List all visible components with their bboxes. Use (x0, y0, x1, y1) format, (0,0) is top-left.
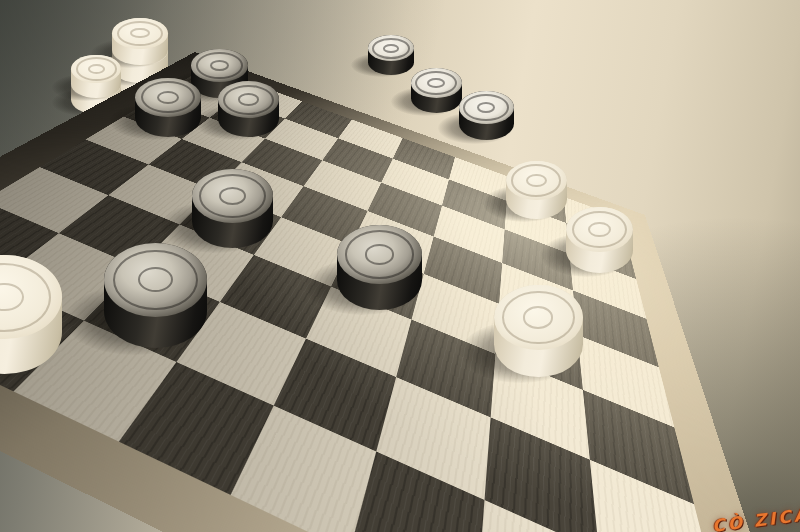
checker-piece-white-offboard-stack1-1[interactable] (71, 55, 121, 99)
piece-engraved-center-ring (238, 93, 259, 105)
piece-top-face (337, 225, 422, 284)
piece-engraved-center-ring (383, 44, 399, 53)
piece-top-face (192, 169, 274, 223)
piece-engraved-center-ring (88, 64, 105, 74)
piece-top-face (104, 243, 207, 317)
checker-piece-white-r0c6[interactable] (506, 161, 567, 219)
piece-engraved-center-ring (130, 28, 149, 39)
piece-top-face (494, 285, 583, 350)
piece-top-face (71, 55, 121, 84)
piece-top-face (368, 35, 414, 61)
piece-engraved-center-ring (523, 306, 553, 328)
piece-engraved-center-ring (157, 91, 179, 104)
checker-piece-black-offboard-2[interactable] (459, 91, 514, 140)
piece-top-face (459, 91, 514, 124)
checker-piece-white-r4c6[interactable] (494, 285, 583, 377)
piece-engraved-center-ring (588, 222, 611, 238)
piece-top-face (191, 49, 248, 81)
piece-engraved-center-ring (210, 60, 229, 71)
checker-piece-black-offboard-0[interactable] (368, 35, 414, 75)
piece-top-face (506, 161, 567, 201)
checker-piece-black-r1c1[interactable] (218, 81, 280, 136)
checker-piece-white-r1c7[interactable] (566, 207, 633, 273)
checkers-scene: CÒ ZICA (0, 0, 800, 532)
checker-piece-black-r6c2[interactable] (104, 243, 207, 348)
piece-engraved-center-ring (427, 78, 444, 88)
piece-top-face (566, 207, 633, 253)
piece-engraved-center-ring (526, 174, 547, 187)
checker-piece-black-r4c2[interactable] (192, 169, 274, 248)
piece-top-face (135, 78, 201, 117)
piece-engraved-center-ring (365, 244, 394, 264)
piece-top-face (112, 18, 168, 49)
checker-piece-black-r2c0[interactable] (135, 78, 201, 137)
piece-top-face (218, 81, 280, 118)
checker-piece-black-r4c4[interactable] (337, 225, 422, 310)
checker-piece-white-r7c1[interactable] (0, 255, 62, 374)
piece-top-face (411, 68, 462, 98)
checker-piece-black-offboard-1[interactable] (411, 68, 462, 113)
